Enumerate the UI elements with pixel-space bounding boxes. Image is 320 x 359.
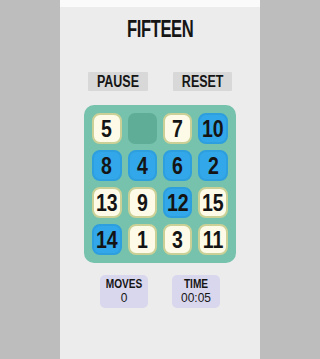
time-box: TIME 00:05 [172, 275, 220, 308]
tile-6[interactable]: 6 [163, 150, 193, 181]
tile-2-number: 2 [208, 154, 219, 178]
tile-12[interactable]: 12 [163, 187, 193, 218]
tile-4[interactable]: 4 [128, 150, 157, 181]
tile-1-number: 1 [137, 228, 148, 252]
page-title-text: FIFTEEN [127, 17, 193, 41]
pause-button[interactable]: PAUSE [88, 72, 148, 91]
tile-11[interactable]: 11 [198, 224, 228, 255]
tile-9[interactable]: 9 [128, 187, 157, 218]
tile-12-number: 12 [167, 191, 189, 215]
stats-row: MOVES 0 TIME 00:05 [60, 275, 260, 308]
puzzle-board: 571084621391215141311 [84, 105, 236, 263]
empty-cell [128, 113, 157, 144]
moves-value: 0 [102, 291, 146, 305]
tile-14-number: 14 [96, 228, 118, 252]
tile-13[interactable]: 13 [92, 187, 122, 218]
tile-14[interactable]: 14 [92, 224, 122, 255]
app-screen: FIFTEEN PAUSE RESET 57108462139121514131… [60, 0, 260, 359]
tile-4-number: 4 [137, 154, 148, 178]
reset-button[interactable]: RESET [173, 72, 232, 91]
tile-15-number: 15 [202, 191, 224, 215]
tile-5[interactable]: 5 [92, 113, 122, 144]
tile-3-number: 3 [172, 228, 183, 252]
tile-15[interactable]: 15 [198, 187, 228, 218]
pause-button-label: PAUSE [97, 72, 139, 91]
tile-8[interactable]: 8 [92, 150, 122, 181]
time-label: TIME [177, 277, 214, 291]
page-title: FIFTEEN [60, 17, 260, 41]
tile-11-number: 11 [203, 228, 224, 252]
tile-9-number: 9 [137, 191, 148, 215]
moves-box: MOVES 0 [100, 275, 148, 308]
top-strip [60, 0, 260, 7]
controls-row: PAUSE RESET [60, 72, 260, 91]
tile-7[interactable]: 7 [163, 113, 193, 144]
tile-7-number: 7 [172, 117, 183, 141]
tile-6-number: 6 [172, 154, 183, 178]
time-value: 00:05 [174, 291, 218, 305]
tile-8-number: 8 [101, 154, 112, 178]
tile-2[interactable]: 2 [198, 150, 228, 181]
tile-5-number: 5 [101, 117, 112, 141]
reset-button-label: RESET [182, 72, 224, 91]
tile-3[interactable]: 3 [163, 224, 193, 255]
tile-10-number: 10 [202, 117, 224, 141]
tile-13-number: 13 [96, 191, 118, 215]
tile-10[interactable]: 10 [198, 113, 228, 144]
tile-1[interactable]: 1 [128, 224, 157, 255]
moves-label: MOVES [105, 277, 142, 291]
